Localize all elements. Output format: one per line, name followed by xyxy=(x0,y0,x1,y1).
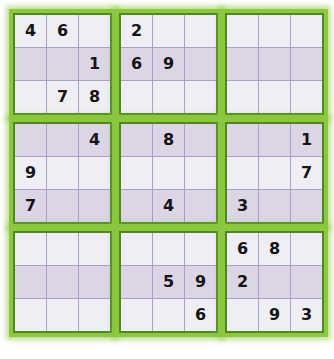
cell-r8c1[interactable] xyxy=(15,266,46,298)
box-r1c2: 173 xyxy=(225,122,324,224)
cell-r5c2[interactable] xyxy=(47,157,78,189)
box-r2c2: 68293 xyxy=(225,231,324,333)
box-r0c0: 46178 xyxy=(13,13,112,115)
cell-r4c8[interactable] xyxy=(259,124,290,156)
cell-r1c5[interactable] xyxy=(153,15,184,47)
cell-r8c7[interactable]: 2 xyxy=(227,266,258,298)
cell-r8c8[interactable] xyxy=(259,266,290,298)
cell-r3c4[interactable] xyxy=(121,81,152,113)
cell-r4c4[interactable] xyxy=(121,124,152,156)
cell-r6c5[interactable]: 4 xyxy=(153,190,184,222)
cell-r6c8[interactable] xyxy=(259,190,290,222)
cell-r5c1[interactable]: 9 xyxy=(15,157,46,189)
cell-r6c9[interactable] xyxy=(291,190,322,222)
cell-r3c8[interactable] xyxy=(259,81,290,113)
cell-r1c7[interactable] xyxy=(227,15,258,47)
cell-r2c6[interactable] xyxy=(185,48,216,80)
cell-r2c4[interactable]: 6 xyxy=(121,48,152,80)
cell-r7c5[interactable] xyxy=(153,233,184,265)
cell-r3c9[interactable] xyxy=(291,81,322,113)
cell-r7c7[interactable]: 6 xyxy=(227,233,258,265)
cell-r3c7[interactable] xyxy=(227,81,258,113)
cell-r4c9[interactable]: 1 xyxy=(291,124,322,156)
cell-r8c2[interactable] xyxy=(47,266,78,298)
cell-r1c3[interactable] xyxy=(79,15,110,47)
cell-r7c6[interactable] xyxy=(185,233,216,265)
cell-r1c2[interactable]: 6 xyxy=(47,15,78,47)
cell-r4c6[interactable] xyxy=(185,124,216,156)
box-r1c1: 84 xyxy=(119,122,218,224)
cell-r2c3[interactable]: 1 xyxy=(79,48,110,80)
cell-r5c8[interactable] xyxy=(259,157,290,189)
cell-r8c9[interactable] xyxy=(291,266,322,298)
cell-r6c4[interactable] xyxy=(121,190,152,222)
cell-r7c4[interactable] xyxy=(121,233,152,265)
cell-r1c1[interactable]: 4 xyxy=(15,15,46,47)
sudoku-board: 461782694978417359668293 xyxy=(13,13,324,333)
cell-r6c6[interactable] xyxy=(185,190,216,222)
cell-r9c7[interactable] xyxy=(227,299,258,331)
cell-r6c7[interactable]: 3 xyxy=(227,190,258,222)
cell-r2c1[interactable] xyxy=(15,48,46,80)
cell-r8c5[interactable]: 5 xyxy=(153,266,184,298)
box-r0c1: 269 xyxy=(119,13,218,115)
cell-r9c5[interactable] xyxy=(153,299,184,331)
page: 461782694978417359668293 xyxy=(0,0,334,359)
cell-r3c3[interactable]: 8 xyxy=(79,81,110,113)
cell-r5c5[interactable] xyxy=(153,157,184,189)
box-r1c0: 497 xyxy=(13,122,112,224)
cell-r1c4[interactable]: 2 xyxy=(121,15,152,47)
box-r0c2 xyxy=(225,13,324,115)
cell-r4c7[interactable] xyxy=(227,124,258,156)
cell-r6c2[interactable] xyxy=(47,190,78,222)
cell-r2c7[interactable] xyxy=(227,48,258,80)
cell-r5c7[interactable] xyxy=(227,157,258,189)
cell-r9c6[interactable]: 6 xyxy=(185,299,216,331)
cell-r9c4[interactable] xyxy=(121,299,152,331)
cell-r9c9[interactable]: 3 xyxy=(291,299,322,331)
cell-r9c8[interactable]: 9 xyxy=(259,299,290,331)
cell-r1c9[interactable] xyxy=(291,15,322,47)
cell-r2c8[interactable] xyxy=(259,48,290,80)
cell-r5c3[interactable] xyxy=(79,157,110,189)
cell-r6c1[interactable]: 7 xyxy=(15,190,46,222)
cell-r3c6[interactable] xyxy=(185,81,216,113)
cell-r9c1[interactable] xyxy=(15,299,46,331)
cell-r4c3[interactable]: 4 xyxy=(79,124,110,156)
cell-r6c3[interactable] xyxy=(79,190,110,222)
cell-r3c5[interactable] xyxy=(153,81,184,113)
cell-r7c2[interactable] xyxy=(47,233,78,265)
cell-r9c2[interactable] xyxy=(47,299,78,331)
cell-r2c5[interactable]: 9 xyxy=(153,48,184,80)
cell-r4c1[interactable] xyxy=(15,124,46,156)
cell-r5c9[interactable]: 7 xyxy=(291,157,322,189)
cell-r4c2[interactable] xyxy=(47,124,78,156)
cell-r2c9[interactable] xyxy=(291,48,322,80)
cell-r1c6[interactable] xyxy=(185,15,216,47)
cell-r5c6[interactable] xyxy=(185,157,216,189)
cell-r4c5[interactable]: 8 xyxy=(153,124,184,156)
cell-r3c1[interactable] xyxy=(15,81,46,113)
cell-r8c3[interactable] xyxy=(79,266,110,298)
box-r2c1: 596 xyxy=(119,231,218,333)
cell-r7c3[interactable] xyxy=(79,233,110,265)
cell-r3c2[interactable]: 7 xyxy=(47,81,78,113)
cell-r5c4[interactable] xyxy=(121,157,152,189)
cell-r2c2[interactable] xyxy=(47,48,78,80)
cell-r7c8[interactable]: 8 xyxy=(259,233,290,265)
cell-r1c8[interactable] xyxy=(259,15,290,47)
cell-r7c9[interactable] xyxy=(291,233,322,265)
cell-r8c4[interactable] xyxy=(121,266,152,298)
box-r2c0 xyxy=(13,231,112,333)
cell-r8c6[interactable]: 9 xyxy=(185,266,216,298)
cell-r7c1[interactable] xyxy=(15,233,46,265)
cell-r9c3[interactable] xyxy=(79,299,110,331)
